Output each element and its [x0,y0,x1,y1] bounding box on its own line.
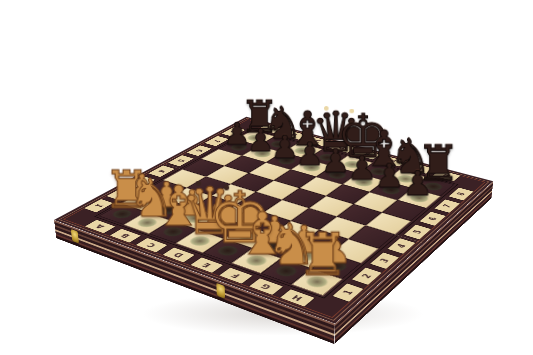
file-label-g: G [249,278,283,295]
file-label-f: F [219,268,252,284]
white-rook[interactable]: ♜ [297,228,334,283]
rank-label-6: 6 [420,212,446,226]
file-label-c: C [136,238,167,252]
file-label-b: B [110,229,141,243]
rank-label-2: 2 [352,268,382,285]
file-label-h: H [280,289,314,306]
chess-set-photo: ABCDEFGH ABCDEFGH 87654321 87654321 ♜♞♝♛… [0,0,533,355]
rank-label-1: 1 [333,283,364,301]
file-label-a: A [85,220,115,233]
file-label-e: E [190,257,223,272]
rank-label-4: 4 [388,238,416,254]
brass-clasp-icon [71,229,79,243]
rank-label-7: 7 [435,199,460,212]
file-label-d: D [163,248,195,263]
scene: ABCDEFGH ABCDEFGH 87654321 87654321 ♜♞♝♛… [124,42,440,355]
rank-label-5: 5 [404,225,431,240]
rank-label-3: 3 [370,252,399,268]
brass-clasp-icon [216,283,225,299]
